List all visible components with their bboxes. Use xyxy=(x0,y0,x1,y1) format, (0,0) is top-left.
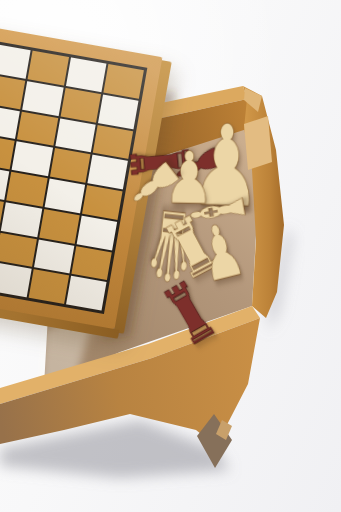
pieces-layer: ♜♟♟♟♟♝♛♜♟♜ xyxy=(0,0,341,512)
photo-stage: ♜♟♟♟♟♝♛♜♟♜ xyxy=(0,0,341,512)
